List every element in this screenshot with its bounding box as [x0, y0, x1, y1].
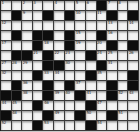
clue-number: 29 — [23, 61, 28, 65]
white-cell[interactable]: 35 — [97, 71, 108, 81]
black-cell — [33, 31, 44, 41]
white-cell[interactable] — [65, 21, 76, 31]
white-cell[interactable] — [86, 11, 97, 21]
black-cell — [12, 31, 23, 41]
black-cell — [86, 51, 97, 61]
clue-number: 30 — [65, 61, 70, 65]
white-cell[interactable]: 7 — [107, 1, 118, 11]
clue-number: 22 — [55, 51, 60, 55]
white-cell[interactable]: 48 — [12, 111, 23, 121]
white-cell[interactable]: 19 — [75, 41, 86, 51]
white-cell[interactable] — [75, 121, 86, 131]
white-cell[interactable]: 53 — [43, 121, 54, 131]
white-cell[interactable]: 14 — [128, 21, 139, 31]
clue-number: 31 — [108, 61, 113, 65]
white-cell[interactable] — [33, 111, 44, 121]
white-cell[interactable] — [43, 21, 54, 31]
white-cell[interactable] — [43, 1, 54, 11]
clue-number: 21 — [33, 51, 38, 55]
white-cell[interactable] — [65, 71, 76, 81]
clue-number: 32 — [2, 71, 7, 75]
clue-number: 40 — [65, 91, 70, 95]
white-cell[interactable] — [12, 41, 23, 51]
white-cell[interactable]: 54 — [97, 121, 108, 131]
white-cell[interactable] — [128, 101, 139, 111]
white-cell[interactable] — [118, 61, 129, 71]
white-cell[interactable] — [54, 121, 65, 131]
white-cell[interactable]: 11 — [97, 11, 108, 21]
clue-number: 7 — [108, 1, 110, 5]
white-cell[interactable]: 51 — [118, 111, 129, 121]
white-cell[interactable] — [107, 121, 118, 131]
white-cell[interactable] — [1, 81, 12, 91]
clue-number: 49 — [55, 111, 60, 115]
white-cell[interactable] — [12, 21, 23, 31]
white-cell[interactable]: 47 — [97, 101, 108, 111]
white-cell[interactable]: 16 — [107, 31, 118, 41]
black-cell — [33, 101, 44, 111]
white-cell[interactable]: 39 — [54, 91, 65, 101]
white-cell[interactable] — [22, 121, 33, 131]
white-cell[interactable] — [33, 61, 44, 71]
white-cell[interactable] — [107, 71, 118, 81]
clue-number: 20 — [97, 41, 102, 45]
white-cell[interactable] — [128, 61, 139, 71]
clue-number: 43 — [129, 91, 134, 95]
black-cell — [33, 121, 44, 131]
clue-number: 53 — [44, 121, 49, 125]
white-cell[interactable] — [33, 81, 44, 91]
clue-number: 15 — [76, 31, 81, 35]
black-cell — [43, 81, 54, 91]
white-cell[interactable] — [22, 101, 33, 111]
page: 1234567891011121314151617181920212223242… — [0, 0, 140, 132]
white-cell[interactable] — [97, 21, 108, 31]
white-cell[interactable] — [33, 11, 44, 21]
white-cell[interactable] — [22, 31, 33, 41]
white-cell[interactable]: 33 — [43, 71, 54, 81]
white-cell[interactable]: 6 — [86, 1, 97, 11]
clue-number: 23 — [65, 51, 70, 55]
white-cell[interactable] — [128, 1, 139, 11]
clue-number: 44 — [2, 101, 7, 105]
clue-number: 42 — [118, 91, 123, 95]
white-cell[interactable] — [75, 51, 86, 61]
clue-number: 39 — [55, 91, 60, 95]
white-cell[interactable] — [86, 41, 97, 51]
clue-number: 14 — [129, 21, 134, 25]
clue-number: 51 — [118, 111, 123, 115]
clue-number: 52 — [2, 121, 7, 125]
white-cell[interactable] — [65, 121, 76, 131]
white-cell[interactable] — [86, 31, 97, 41]
clue-number: 12 — [2, 21, 7, 25]
white-cell[interactable] — [12, 1, 23, 11]
clue-number: 41 — [86, 91, 91, 95]
clue-number: 10 — [76, 11, 81, 15]
white-cell[interactable]: 44 — [1, 101, 12, 111]
white-cell[interactable] — [118, 21, 129, 31]
white-cell[interactable] — [118, 31, 129, 41]
black-cell — [107, 81, 118, 91]
black-cell — [107, 91, 118, 101]
clue-number: 36 — [23, 81, 28, 85]
clue-number: 6 — [86, 1, 88, 5]
white-cell[interactable]: 22 — [54, 51, 65, 61]
white-cell[interactable]: 26 — [128, 51, 139, 61]
clue-number: 17 — [2, 41, 7, 45]
clue-number: 47 — [97, 101, 102, 105]
white-cell[interactable]: 1 — [1, 1, 12, 11]
white-cell[interactable] — [128, 111, 139, 121]
clue-number: 24 — [97, 51, 102, 55]
clue-number: 45 — [12, 101, 17, 105]
white-cell[interactable]: 24 — [97, 51, 108, 61]
white-cell[interactable] — [75, 101, 86, 111]
white-cell[interactable]: 37 — [75, 81, 86, 91]
white-cell[interactable]: 52 — [1, 121, 12, 131]
white-cell[interactable] — [118, 121, 129, 131]
white-cell[interactable] — [22, 41, 33, 51]
clue-number: 11 — [97, 11, 102, 15]
white-cell[interactable] — [54, 11, 65, 21]
black-cell — [43, 51, 54, 61]
white-cell[interactable] — [75, 61, 86, 71]
white-cell[interactable] — [54, 21, 65, 31]
black-cell — [86, 121, 97, 131]
white-cell[interactable]: 21 — [33, 51, 44, 61]
white-cell[interactable] — [22, 111, 33, 121]
black-cell — [128, 71, 139, 81]
white-cell[interactable]: 28 — [12, 61, 23, 71]
white-cell[interactable] — [128, 121, 139, 131]
clue-number: 25 — [108, 51, 113, 55]
white-cell[interactable] — [118, 11, 129, 21]
white-cell[interactable] — [86, 61, 97, 71]
white-cell[interactable] — [118, 51, 129, 61]
clue-number: 50 — [86, 111, 91, 115]
clue-number: 33 — [44, 71, 49, 75]
clue-number: 27 — [2, 61, 7, 65]
white-cell[interactable] — [33, 91, 44, 101]
white-cell[interactable]: 12 — [1, 21, 12, 31]
clue-number: 35 — [97, 71, 102, 75]
white-cell[interactable] — [22, 21, 33, 31]
black-cell — [33, 71, 44, 81]
white-cell[interactable]: 9 — [22, 11, 33, 21]
black-cell — [86, 71, 97, 81]
white-cell[interactable] — [86, 21, 97, 31]
clue-number: 16 — [108, 31, 113, 35]
black-cell — [12, 11, 23, 21]
black-cell — [65, 11, 76, 21]
clue-number: 26 — [129, 51, 134, 55]
white-cell[interactable]: 4 — [54, 1, 65, 11]
white-cell[interactable]: 34 — [54, 71, 65, 81]
white-cell[interactable]: 17 — [1, 41, 12, 51]
black-cell — [75, 111, 86, 121]
white-cell[interactable]: 46 — [43, 101, 54, 111]
white-cell[interactable]: 42 — [118, 91, 129, 101]
clue-number: 34 — [55, 71, 60, 75]
white-cell[interactable]: 10 — [75, 11, 86, 21]
clue-number: 4 — [55, 1, 57, 5]
black-cell — [65, 31, 76, 41]
white-cell[interactable]: 30 — [65, 61, 76, 71]
white-cell[interactable] — [65, 111, 76, 121]
clue-number: 38 — [23, 91, 28, 95]
white-cell[interactable] — [33, 21, 44, 31]
white-cell[interactable] — [12, 121, 23, 131]
clue-number: 3 — [33, 1, 35, 5]
white-cell[interactable] — [65, 101, 76, 111]
clue-number: 13 — [108, 21, 113, 25]
clue-number: 54 — [97, 121, 102, 125]
clue-number: 37 — [76, 81, 81, 85]
clue-number: 1 — [2, 1, 4, 5]
clue-number: 18 — [44, 41, 49, 45]
white-cell[interactable]: 40 — [65, 91, 76, 101]
white-cell[interactable]: 38 — [22, 91, 33, 101]
white-cell[interactable] — [97, 81, 108, 91]
white-cell[interactable]: 32 — [1, 71, 12, 81]
clue-number: 2 — [23, 1, 25, 5]
clue-number: 28 — [12, 61, 17, 65]
white-cell[interactable] — [118, 71, 129, 81]
clue-number: 46 — [44, 101, 49, 105]
white-cell[interactable]: 8 — [118, 1, 129, 11]
white-cell[interactable]: 43 — [128, 91, 139, 101]
white-cell[interactable] — [65, 1, 76, 11]
white-cell[interactable] — [118, 41, 129, 51]
clue-number: 48 — [12, 111, 17, 115]
white-cell[interactable] — [54, 31, 65, 41]
black-cell — [107, 111, 118, 121]
white-cell[interactable]: 29 — [22, 61, 33, 71]
white-cell[interactable]: 3 — [33, 1, 44, 11]
white-cell[interactable] — [12, 71, 23, 81]
clue-number: 9 — [23, 11, 25, 15]
black-cell — [43, 11, 54, 21]
white-cell[interactable] — [128, 31, 139, 41]
white-cell[interactable]: 50 — [86, 111, 97, 121]
clue-number: 19 — [76, 41, 81, 45]
crossword-grid: 1234567891011121314151617181920212223242… — [0, 0, 139, 131]
black-cell — [12, 81, 23, 91]
white-cell[interactable]: 41 — [86, 91, 97, 101]
black-cell — [75, 91, 86, 101]
clue-number: 8 — [118, 1, 120, 5]
white-cell[interactable]: 18 — [43, 41, 54, 51]
clue-number: 5 — [76, 1, 78, 5]
white-cell[interactable]: 49 — [54, 111, 65, 121]
white-cell[interactable] — [107, 101, 118, 111]
white-cell[interactable]: 31 — [107, 61, 118, 71]
